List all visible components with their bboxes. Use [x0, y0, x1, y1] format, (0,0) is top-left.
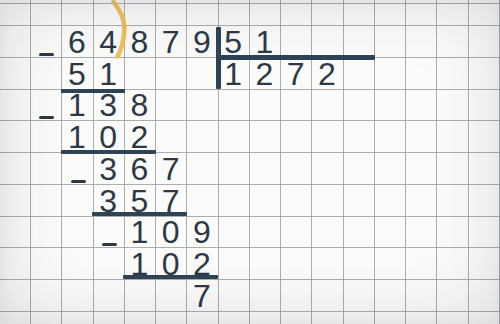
- digit-cell: 0: [155, 216, 186, 248]
- digit-cell: 4: [93, 25, 124, 57]
- division-rule-subtract-line-2: [61, 150, 156, 154]
- minus-sign: [39, 116, 54, 119]
- digit-cell: 7: [155, 152, 186, 184]
- digit-cell: 3: [93, 89, 124, 121]
- digit-cell: 1: [218, 57, 249, 89]
- digit-cell: 1: [249, 25, 280, 57]
- digit-cell: 3: [93, 184, 124, 216]
- minus-sign: [102, 243, 117, 246]
- digit-cell: 5: [218, 25, 249, 57]
- division-rule-divisor-underline: [216, 55, 375, 60]
- squared-paper-worksheet: 64879515112721381023673571091027: [0, 0, 500, 324]
- digit-cell: 7: [155, 25, 186, 57]
- minus-sign: [39, 53, 54, 56]
- division-rule-subtract-line-4: [123, 275, 218, 279]
- digit-cell: 7: [155, 184, 186, 216]
- digit-cell: 8: [124, 89, 155, 121]
- digit-cell: 1: [61, 89, 92, 121]
- digit-cell: 8: [124, 25, 155, 57]
- digit-cell: 3: [93, 152, 124, 184]
- division-rule-subtract-line-1: [61, 89, 125, 93]
- minus-sign: [71, 180, 86, 183]
- digit-cell: 7: [186, 279, 217, 311]
- digit-cell: 1: [124, 216, 155, 248]
- digit-cell: 9: [186, 25, 217, 57]
- digit-cell: 2: [249, 57, 280, 89]
- digit-cell: 6: [124, 152, 155, 184]
- digit-cell: 7: [280, 57, 311, 89]
- division-rule-subtract-line-3: [92, 212, 188, 216]
- digit-cell: 1: [93, 57, 124, 89]
- digit-cell: 2: [124, 120, 155, 152]
- digit-cell: 5: [124, 184, 155, 216]
- digit-cell: 2: [311, 57, 342, 89]
- digit-cell: 5: [61, 57, 92, 89]
- digit-cell: 0: [93, 120, 124, 152]
- digit-cell: 1: [61, 120, 92, 152]
- digit-cell: 6: [61, 25, 92, 57]
- digit-cell: 9: [186, 216, 217, 248]
- long-division-work-layer: 64879515112721381023673571091027: [0, 0, 500, 324]
